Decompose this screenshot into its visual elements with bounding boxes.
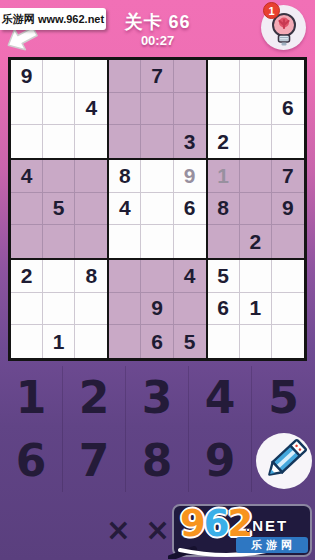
cell-r6c5[interactable] bbox=[141, 225, 173, 258]
numpad-key-7[interactable]: 7 bbox=[63, 429, 126, 492]
cell-r6c9[interactable] bbox=[272, 225, 304, 258]
hint-button[interactable]: 1 bbox=[261, 5, 306, 50]
cell-r2c4[interactable] bbox=[109, 93, 141, 126]
cell-r8c4[interactable] bbox=[109, 293, 141, 326]
numpad-key-3[interactable]: 3 bbox=[126, 366, 189, 429]
numpad-key-9[interactable]: 9 bbox=[189, 429, 252, 492]
cell-r8c8[interactable]: 1 bbox=[240, 293, 272, 326]
cell-r3c4[interactable] bbox=[109, 125, 141, 158]
cell-r4c6[interactable]: 9 bbox=[174, 160, 206, 193]
cell-r8c7[interactable]: 6 bbox=[208, 293, 240, 326]
numpad-key-1[interactable]: 1 bbox=[0, 366, 63, 429]
cell-r5c2[interactable]: 5 bbox=[43, 193, 75, 226]
cell-r7c5[interactable] bbox=[141, 260, 173, 293]
cell-r7c9[interactable] bbox=[272, 260, 304, 293]
cell-r7c6[interactable]: 4 bbox=[174, 260, 206, 293]
cell-r5c7[interactable]: 8 bbox=[208, 193, 240, 226]
cell-r1c1[interactable]: 9 bbox=[11, 60, 43, 93]
pencil-icon bbox=[258, 435, 310, 487]
cell-r7c1[interactable]: 2 bbox=[11, 260, 43, 293]
mistake-mark: × bbox=[145, 512, 170, 548]
cell-r7c7[interactable]: 5 bbox=[208, 260, 240, 293]
cell-r4c4[interactable]: 8 bbox=[109, 160, 141, 193]
cell-r1c5[interactable]: 7 bbox=[141, 60, 173, 93]
cell-r3c6[interactable]: 3 bbox=[174, 125, 206, 158]
cell-r6c8[interactable]: 2 bbox=[240, 225, 272, 258]
cell-r3c7[interactable]: 2 bbox=[208, 125, 240, 158]
cell-r2c1[interactable] bbox=[11, 93, 43, 126]
cell-r5c5[interactable] bbox=[141, 193, 173, 226]
cell-r4c2[interactable] bbox=[43, 160, 75, 193]
pencil-button-circle bbox=[256, 433, 312, 489]
cell-r1c8[interactable] bbox=[240, 60, 272, 93]
box-2-1: 45 bbox=[11, 160, 107, 258]
logo-watermark: 962 .NET 乐游网 bbox=[172, 504, 312, 557]
cell-r8c2[interactable] bbox=[43, 293, 75, 326]
back-button[interactable] bbox=[6, 26, 46, 56]
cell-r8c3[interactable] bbox=[75, 293, 107, 326]
logo-digit-6: 6 bbox=[204, 502, 228, 545]
cell-r5c4[interactable]: 4 bbox=[109, 193, 141, 226]
cell-r2c7[interactable] bbox=[208, 93, 240, 126]
cell-r3c3[interactable] bbox=[75, 125, 107, 158]
cell-r2c8[interactable] bbox=[240, 93, 272, 126]
hint-count-badge: 1 bbox=[263, 2, 280, 19]
pencil-button[interactable] bbox=[252, 429, 315, 492]
cell-r4c1[interactable]: 4 bbox=[11, 160, 43, 193]
cell-r1c6[interactable] bbox=[174, 60, 206, 93]
cell-r3c8[interactable] bbox=[240, 125, 272, 158]
cell-r3c9[interactable] bbox=[272, 125, 304, 158]
cell-r3c2[interactable] bbox=[43, 125, 75, 158]
box-1-1: 94 bbox=[11, 60, 107, 158]
cell-r9c6[interactable]: 5 bbox=[174, 325, 206, 358]
cell-r1c7[interactable] bbox=[208, 60, 240, 93]
cell-r4c3[interactable] bbox=[75, 160, 107, 193]
cell-r5c6[interactable]: 6 bbox=[174, 193, 206, 226]
box-1-3: 62 bbox=[208, 60, 304, 158]
sudoku-board: 947362458946178922814965561 bbox=[8, 57, 307, 361]
cell-r6c7[interactable] bbox=[208, 225, 240, 258]
cell-r1c3[interactable] bbox=[75, 60, 107, 93]
cell-r2c5[interactable] bbox=[141, 93, 173, 126]
cell-r9c2[interactable]: 1 bbox=[43, 325, 75, 358]
cell-r5c8[interactable] bbox=[240, 193, 272, 226]
numpad-key-8[interactable]: 8 bbox=[126, 429, 189, 492]
cell-r6c3[interactable] bbox=[75, 225, 107, 258]
numpad: 123456789 bbox=[0, 366, 315, 492]
box-1-2: 73 bbox=[109, 60, 205, 158]
numpad-key-2[interactable]: 2 bbox=[63, 366, 126, 429]
box-3-2: 4965 bbox=[109, 260, 205, 358]
cell-r8c5[interactable]: 9 bbox=[141, 293, 173, 326]
box-2-3: 17892 bbox=[208, 160, 304, 258]
sudoku-app: 乐游网 www.962.net 关卡 66 00:27 1 9473624589… bbox=[0, 0, 315, 560]
box-3-1: 281 bbox=[11, 260, 107, 358]
cell-r6c4[interactable] bbox=[109, 225, 141, 258]
cell-r4c9[interactable]: 7 bbox=[272, 160, 304, 193]
numpad-key-5[interactable]: 5 bbox=[252, 366, 315, 429]
logo-digit-9: 9 bbox=[180, 502, 204, 545]
cell-r7c2[interactable] bbox=[43, 260, 75, 293]
cell-r9c7[interactable] bbox=[208, 325, 240, 358]
cell-r5c3[interactable] bbox=[75, 193, 107, 226]
cell-r9c8[interactable] bbox=[240, 325, 272, 358]
cell-r3c1[interactable] bbox=[11, 125, 43, 158]
cell-r4c7[interactable]: 1 bbox=[208, 160, 240, 193]
cell-r7c8[interactable] bbox=[240, 260, 272, 293]
site-watermark: 乐游网 www.962.net bbox=[0, 8, 106, 30]
cell-r7c3[interactable]: 8 bbox=[75, 260, 107, 293]
cell-r6c1[interactable] bbox=[11, 225, 43, 258]
cell-r5c9[interactable]: 9 bbox=[272, 193, 304, 226]
back-arrow-icon bbox=[6, 26, 46, 56]
cell-r5c1[interactable] bbox=[11, 193, 43, 226]
cell-r2c2[interactable] bbox=[43, 93, 75, 126]
cell-r8c6[interactable] bbox=[174, 293, 206, 326]
numpad-key-4[interactable]: 4 bbox=[189, 366, 252, 429]
cell-r2c6[interactable] bbox=[174, 93, 206, 126]
box-3-3: 561 bbox=[208, 260, 304, 358]
box-2-2: 8946 bbox=[109, 160, 205, 258]
cell-r8c1[interactable] bbox=[11, 293, 43, 326]
cell-r9c9[interactable] bbox=[272, 325, 304, 358]
cell-r6c6[interactable] bbox=[174, 225, 206, 258]
cell-r9c5[interactable]: 6 bbox=[141, 325, 173, 358]
cell-r2c3[interactable]: 4 bbox=[75, 93, 107, 126]
numpad-key-6[interactable]: 6 bbox=[0, 429, 63, 492]
cell-r9c3[interactable] bbox=[75, 325, 107, 358]
cell-r6c2[interactable] bbox=[43, 225, 75, 258]
logo-site-name-cn: 乐游网 bbox=[236, 537, 308, 553]
cell-r4c8[interactable] bbox=[240, 160, 272, 193]
cell-r4c5[interactable] bbox=[141, 160, 173, 193]
cell-r7c4[interactable] bbox=[109, 260, 141, 293]
cell-r9c1[interactable] bbox=[11, 325, 43, 358]
cell-r2c9[interactable]: 6 bbox=[272, 93, 304, 126]
cell-r1c2[interactable] bbox=[43, 60, 75, 93]
mistake-mark: × bbox=[106, 512, 131, 548]
cell-r1c9[interactable] bbox=[272, 60, 304, 93]
logo-tld: .NET bbox=[246, 517, 288, 534]
cell-r1c4[interactable] bbox=[109, 60, 141, 93]
cell-r8c9[interactable] bbox=[272, 293, 304, 326]
cell-r9c4[interactable] bbox=[109, 325, 141, 358]
cell-r3c5[interactable] bbox=[141, 125, 173, 158]
